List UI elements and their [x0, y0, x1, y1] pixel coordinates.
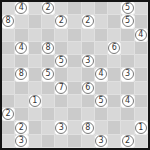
cell-r6c10[interactable] — [135, 82, 148, 95]
cell-r4c7[interactable] — [95, 55, 108, 68]
cell-r7c4[interactable] — [55, 95, 68, 108]
cell-r9c4[interactable]: 3 — [55, 121, 68, 134]
clue-circle: 3 — [122, 68, 134, 80]
cell-r3c1[interactable]: 4 — [15, 42, 28, 55]
cell-r10c3[interactable] — [42, 135, 55, 148]
clue-circle: 2 — [122, 135, 134, 147]
cell-r1c10[interactable] — [135, 15, 148, 28]
cell-r5c3[interactable]: 5 — [42, 68, 55, 81]
cell-r8c8[interactable] — [108, 108, 121, 121]
cell-r2c9[interactable] — [121, 29, 134, 42]
cell-r0c10[interactable] — [135, 2, 148, 15]
clue-circle: 3 — [95, 135, 107, 147]
cell-r5c5[interactable] — [68, 68, 81, 81]
clue-circle: 5 — [122, 2, 134, 14]
cell-r3c10[interactable] — [135, 42, 148, 55]
cell-r1c6[interactable]: 2 — [82, 15, 95, 28]
cell-r6c5[interactable] — [68, 82, 81, 95]
cell-r8c7[interactable] — [95, 108, 108, 121]
cell-r8c0[interactable]: 2 — [2, 108, 15, 121]
cell-r3c7[interactable] — [95, 42, 108, 55]
cell-r5c9[interactable]: 3 — [121, 68, 134, 81]
cell-r0c7[interactable] — [95, 2, 108, 15]
cell-r6c7[interactable] — [95, 82, 108, 95]
cell-r0c5[interactable] — [68, 2, 81, 15]
cell-r0c4[interactable] — [55, 2, 68, 15]
clue-circle: 1 — [29, 95, 41, 107]
cell-r7c8[interactable] — [108, 95, 121, 108]
clue-circle: 4 — [15, 42, 27, 54]
cell-r6c2[interactable] — [29, 82, 42, 95]
cell-r2c1[interactable] — [15, 29, 28, 42]
cell-r4c2[interactable] — [29, 55, 42, 68]
cell-r6c1[interactable] — [15, 82, 28, 95]
cell-r9c10[interactable]: 1 — [135, 121, 148, 134]
cell-r10c2[interactable] — [29, 135, 42, 148]
clue-circle: 3 — [55, 122, 67, 134]
cell-r0c3[interactable]: 2 — [42, 2, 55, 15]
cell-r7c5[interactable] — [68, 95, 81, 108]
cell-r2c5[interactable] — [68, 29, 81, 42]
cell-r7c6[interactable] — [82, 95, 95, 108]
clue-circle: 2 — [42, 2, 54, 14]
cell-r10c4[interactable] — [55, 135, 68, 148]
cell-r2c7[interactable] — [95, 29, 108, 42]
cell-r10c5[interactable] — [68, 135, 81, 148]
cell-r4c3[interactable] — [42, 55, 55, 68]
cell-r5c10[interactable] — [135, 68, 148, 81]
clue-circle: 4 — [95, 68, 107, 80]
cell-r7c10[interactable] — [135, 95, 148, 108]
cell-r10c1[interactable]: 3 — [15, 135, 28, 148]
cell-r1c3[interactable] — [42, 15, 55, 28]
cell-r6c4[interactable]: 7 — [55, 82, 68, 95]
clue-circle: 2 — [15, 122, 27, 134]
cell-r3c4[interactable] — [55, 42, 68, 55]
clue-circle: 5 — [122, 15, 134, 27]
cell-r9c2[interactable] — [29, 121, 42, 134]
clue-circle: 6 — [82, 82, 94, 94]
cell-r6c8[interactable] — [108, 82, 121, 95]
cell-r7c3[interactable] — [42, 95, 55, 108]
cell-r0c2[interactable] — [29, 2, 42, 15]
cell-r8c9[interactable] — [121, 108, 134, 121]
cell-r4c8[interactable] — [108, 55, 121, 68]
cell-r7c1[interactable] — [15, 95, 28, 108]
cell-r7c7[interactable]: 5 — [95, 95, 108, 108]
cell-r6c6[interactable]: 6 — [82, 82, 95, 95]
clue-circle: 3 — [82, 55, 94, 67]
cell-r9c3[interactable] — [42, 121, 55, 134]
cell-r1c1[interactable] — [15, 15, 28, 28]
cell-r3c8[interactable]: 6 — [108, 42, 121, 55]
cell-r8c6[interactable] — [82, 108, 95, 121]
cell-r1c0[interactable]: 8 — [2, 15, 15, 28]
clue-circle: 2 — [55, 15, 67, 27]
cell-r2c4[interactable] — [55, 29, 68, 42]
cell-r5c1[interactable]: 8 — [15, 68, 28, 81]
cell-r4c0[interactable] — [2, 55, 15, 68]
cell-r9c8[interactable] — [108, 121, 121, 134]
cell-r6c9[interactable] — [121, 82, 134, 95]
cell-r9c1[interactable]: 2 — [15, 121, 28, 134]
cell-r5c7[interactable]: 4 — [95, 68, 108, 81]
clue-circle: 4 — [15, 2, 27, 14]
clue-circle: 2 — [2, 108, 14, 120]
cell-r5c0[interactable] — [2, 68, 15, 81]
clue-circle: 1 — [135, 122, 147, 134]
cell-r3c6[interactable] — [82, 42, 95, 55]
cell-r5c4[interactable] — [55, 68, 68, 81]
cell-r3c5[interactable] — [68, 42, 81, 55]
cell-r1c2[interactable] — [29, 15, 42, 28]
cell-r10c8[interactable] — [108, 135, 121, 148]
cell-r7c0[interactable] — [2, 95, 15, 108]
cell-r5c6[interactable] — [82, 68, 95, 81]
clue-circle: 6 — [108, 42, 120, 54]
clue-circle: 8 — [15, 68, 27, 80]
cell-r0c9[interactable]: 5 — [121, 2, 134, 15]
clue-circle: 3 — [15, 135, 27, 147]
cell-r2c0[interactable] — [2, 29, 15, 42]
cell-r3c0[interactable] — [2, 42, 15, 55]
cell-r2c10[interactable]: 4 — [135, 29, 148, 42]
cell-r9c7[interactable] — [95, 121, 108, 134]
cell-r6c0[interactable] — [2, 82, 15, 95]
cell-r5c2[interactable] — [29, 68, 42, 81]
clue-circle: 7 — [55, 82, 67, 94]
cell-r3c9[interactable] — [121, 42, 134, 55]
clue-circle: 5 — [42, 68, 54, 80]
cell-r9c6[interactable]: 8 — [82, 121, 95, 134]
cell-r4c5[interactable] — [68, 55, 81, 68]
cell-r0c6[interactable] — [82, 2, 95, 15]
clue-circle: 4 — [122, 95, 134, 107]
cell-r2c6[interactable] — [82, 29, 95, 42]
cell-r0c8[interactable] — [108, 2, 121, 15]
cell-r3c2[interactable] — [29, 42, 42, 55]
cell-r10c7[interactable]: 3 — [95, 135, 108, 148]
cell-r8c10[interactable] — [135, 108, 148, 121]
cell-r8c4[interactable] — [55, 108, 68, 121]
clue-circle: 2 — [82, 15, 94, 27]
cell-r4c9[interactable] — [121, 55, 134, 68]
cell-r5c8[interactable] — [108, 68, 121, 81]
cell-r2c3[interactable] — [42, 29, 55, 42]
cell-r4c4[interactable]: 5 — [55, 55, 68, 68]
cell-r0c1[interactable]: 4 — [15, 2, 28, 15]
clue-circle: 8 — [82, 122, 94, 134]
cell-r9c5[interactable] — [68, 121, 81, 134]
cell-r3c3[interactable]: 8 — [42, 42, 55, 55]
cell-r2c8[interactable] — [108, 29, 121, 42]
cell-r4c6[interactable]: 3 — [82, 55, 95, 68]
clue-circle: 8 — [2, 15, 14, 27]
cell-r8c1[interactable] — [15, 108, 28, 121]
cell-r10c9[interactable]: 2 — [121, 135, 134, 148]
cell-r8c2[interactable] — [29, 108, 42, 121]
cell-r4c1[interactable] — [15, 55, 28, 68]
cell-r2c2[interactable] — [29, 29, 42, 42]
clue-circle: 8 — [42, 42, 54, 54]
cell-r4c10[interactable] — [135, 55, 148, 68]
clue-circle: 5 — [55, 55, 67, 67]
cell-r10c10[interactable] — [135, 135, 148, 148]
cell-r9c0[interactable] — [2, 121, 15, 134]
cell-r9c9[interactable] — [121, 121, 134, 134]
cell-r7c9[interactable]: 4 — [121, 95, 134, 108]
cell-r6c3[interactable] — [42, 82, 55, 95]
cell-r1c5[interactable] — [68, 15, 81, 28]
cell-r1c4[interactable]: 2 — [55, 15, 68, 28]
cell-r0c0[interactable] — [2, 2, 15, 15]
cell-r1c7[interactable] — [95, 15, 108, 28]
clue-circle: 5 — [95, 95, 107, 107]
cell-r8c3[interactable] — [42, 108, 55, 121]
puzzle-board: 425822544865385437615422381332 — [0, 0, 150, 150]
cell-r8c5[interactable] — [68, 108, 81, 121]
cell-r10c6[interactable] — [82, 135, 95, 148]
cell-r7c2[interactable]: 1 — [29, 95, 42, 108]
cell-r10c0[interactable] — [2, 135, 15, 148]
cell-r1c8[interactable] — [108, 15, 121, 28]
clue-circle: 4 — [135, 29, 147, 41]
cell-r1c9[interactable]: 5 — [121, 15, 134, 28]
